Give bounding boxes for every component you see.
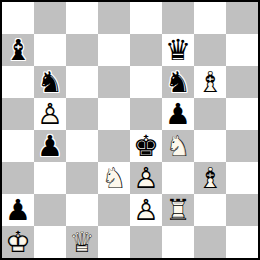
square-b6[interactable]: ♞: [34, 66, 66, 98]
square-b1[interactable]: [34, 226, 66, 258]
white-knight-piece: ♘: [162, 130, 194, 162]
square-f6[interactable]: ♞: [162, 66, 194, 98]
square-h3[interactable]: [226, 162, 258, 194]
square-c8[interactable]: [66, 2, 98, 34]
square-h6[interactable]: [226, 66, 258, 98]
square-d3[interactable]: ♞♘: [98, 162, 130, 194]
square-a8[interactable]: [2, 2, 34, 34]
white-king-piece: ♔: [2, 226, 34, 258]
white-bishop-piece: ♗: [194, 162, 226, 194]
white-pawn-piece: ♙: [34, 98, 66, 130]
square-b7[interactable]: [34, 34, 66, 66]
square-e2[interactable]: ♟♙: [130, 194, 162, 226]
square-d1[interactable]: [98, 226, 130, 258]
white-rook-piece-fill: ♜: [162, 194, 194, 226]
square-e7[interactable]: [130, 34, 162, 66]
square-h4[interactable]: [226, 130, 258, 162]
square-h7[interactable]: [226, 34, 258, 66]
square-d8[interactable]: [98, 2, 130, 34]
square-f3[interactable]: [162, 162, 194, 194]
square-h2[interactable]: [226, 194, 258, 226]
white-pawn-piece-fill: ♟: [34, 98, 66, 130]
square-f4[interactable]: ♞♘: [162, 130, 194, 162]
square-g1[interactable]: [194, 226, 226, 258]
square-a2[interactable]: ♟: [2, 194, 34, 226]
chess-board-frame: ♝♛♞♞♝♗♟♙♟♟♚♞♘♞♘♟♙♝♗♟♟♙♜♖♚♔♛♕: [0, 0, 260, 260]
white-knight-piece-fill: ♞: [162, 130, 194, 162]
white-bishop-piece-fill: ♝: [194, 162, 226, 194]
square-c1[interactable]: ♛♕: [66, 226, 98, 258]
square-g6[interactable]: ♝♗: [194, 66, 226, 98]
white-pawn-piece-fill: ♟: [130, 194, 162, 226]
white-rook-piece: ♖: [162, 194, 194, 226]
square-f5[interactable]: ♟: [162, 98, 194, 130]
square-g2[interactable]: [194, 194, 226, 226]
white-pawn-piece-fill: ♟: [130, 162, 162, 194]
square-a7[interactable]: ♝: [2, 34, 34, 66]
black-pawn-piece: ♟: [2, 194, 34, 226]
black-king-piece: ♚: [130, 130, 162, 162]
square-g8[interactable]: [194, 2, 226, 34]
white-queen-piece: ♕: [66, 226, 98, 258]
square-b3[interactable]: [34, 162, 66, 194]
square-h1[interactable]: [226, 226, 258, 258]
square-e5[interactable]: [130, 98, 162, 130]
square-c7[interactable]: [66, 34, 98, 66]
white-king-piece-fill: ♚: [2, 226, 34, 258]
white-knight-piece-fill: ♞: [98, 162, 130, 194]
square-e3[interactable]: ♟♙: [130, 162, 162, 194]
square-e1[interactable]: [130, 226, 162, 258]
square-g3[interactable]: ♝♗: [194, 162, 226, 194]
square-e8[interactable]: [130, 2, 162, 34]
black-queen-piece: ♛: [162, 34, 194, 66]
square-a3[interactable]: [2, 162, 34, 194]
square-a4[interactable]: [2, 130, 34, 162]
square-d5[interactable]: [98, 98, 130, 130]
black-knight-piece: ♞: [162, 66, 194, 98]
square-c2[interactable]: [66, 194, 98, 226]
white-bishop-piece-fill: ♝: [194, 66, 226, 98]
square-a6[interactable]: [2, 66, 34, 98]
black-knight-piece: ♞: [34, 66, 66, 98]
square-b5[interactable]: ♟♙: [34, 98, 66, 130]
white-knight-piece: ♘: [98, 162, 130, 194]
square-f2[interactable]: ♜♖: [162, 194, 194, 226]
square-e4[interactable]: ♚: [130, 130, 162, 162]
black-bishop-piece: ♝: [2, 34, 34, 66]
square-h8[interactable]: [226, 2, 258, 34]
square-b2[interactable]: [34, 194, 66, 226]
square-c5[interactable]: [66, 98, 98, 130]
white-queen-piece-fill: ♛: [66, 226, 98, 258]
white-bishop-piece: ♗: [194, 66, 226, 98]
square-b8[interactable]: [34, 2, 66, 34]
square-d2[interactable]: [98, 194, 130, 226]
square-f8[interactable]: [162, 2, 194, 34]
square-f1[interactable]: [162, 226, 194, 258]
square-b4[interactable]: ♟: [34, 130, 66, 162]
square-c3[interactable]: [66, 162, 98, 194]
square-e6[interactable]: [130, 66, 162, 98]
square-a5[interactable]: [2, 98, 34, 130]
square-c4[interactable]: [66, 130, 98, 162]
square-g7[interactable]: [194, 34, 226, 66]
square-f7[interactable]: ♛: [162, 34, 194, 66]
square-d4[interactable]: [98, 130, 130, 162]
square-g4[interactable]: [194, 130, 226, 162]
black-pawn-piece: ♟: [34, 130, 66, 162]
square-h5[interactable]: [226, 98, 258, 130]
square-d6[interactable]: [98, 66, 130, 98]
square-g5[interactable]: [194, 98, 226, 130]
square-c6[interactable]: [66, 66, 98, 98]
square-a1[interactable]: ♚♔: [2, 226, 34, 258]
white-pawn-piece: ♙: [130, 162, 162, 194]
white-pawn-piece: ♙: [130, 194, 162, 226]
chess-board: ♝♛♞♞♝♗♟♙♟♟♚♞♘♞♘♟♙♝♗♟♟♙♜♖♚♔♛♕: [2, 2, 258, 258]
black-pawn-piece: ♟: [162, 98, 194, 130]
square-d7[interactable]: [98, 34, 130, 66]
